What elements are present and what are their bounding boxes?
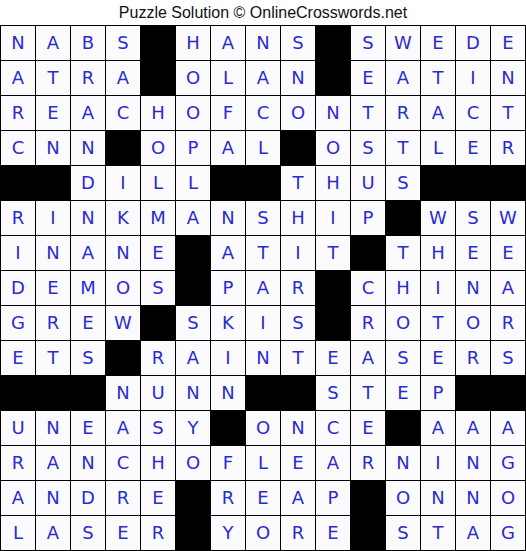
grid-cell-r12c5: S bbox=[141, 411, 176, 446]
grid-cell-r2c7: L bbox=[211, 61, 246, 96]
grid-cell-r11c11: T bbox=[351, 376, 386, 411]
block-cell-r11c1 bbox=[1, 376, 36, 411]
grid-cell-r7c8: T bbox=[246, 236, 281, 271]
grid-cell-r10c12: S bbox=[386, 341, 421, 376]
grid-cell-r15c4: E bbox=[106, 516, 141, 551]
block-cell-r11c9 bbox=[281, 376, 316, 411]
grid-cell-r3c1: R bbox=[1, 96, 36, 131]
grid-cell-r5c10: H bbox=[316, 166, 351, 201]
grid-cell-r10c9: T bbox=[281, 341, 316, 376]
grid-cell-r10c10: E bbox=[316, 341, 351, 376]
grid-cell-r7c12: T bbox=[386, 236, 421, 271]
block-cell-r7c11 bbox=[351, 236, 386, 271]
grid-cell-r1c3: B bbox=[71, 26, 106, 61]
grid-cell-r8c7: P bbox=[211, 271, 246, 306]
grid-cell-r3c4: C bbox=[106, 96, 141, 131]
grid-cell-r7c13: H bbox=[421, 236, 456, 271]
grid-cell-r13c8: L bbox=[246, 446, 281, 481]
grid-cell-r3c13: A bbox=[421, 96, 456, 131]
grid-cell-r15c3: S bbox=[71, 516, 106, 551]
grid-cell-r10c13: E bbox=[421, 341, 456, 376]
grid-cell-r2c8: A bbox=[246, 61, 281, 96]
grid-cell-r3c5: H bbox=[141, 96, 176, 131]
grid-cell-r6c10: I bbox=[316, 201, 351, 236]
grid-cell-r8c4: O bbox=[106, 271, 141, 306]
grid-cell-r12c15: A bbox=[491, 411, 526, 446]
grid-cell-r10c7: I bbox=[211, 341, 246, 376]
grid-cell-r10c14: R bbox=[456, 341, 491, 376]
block-cell-r9c5 bbox=[141, 306, 176, 341]
grid-cell-r15c1: L bbox=[1, 516, 36, 551]
grid-cell-r3c8: C bbox=[246, 96, 281, 131]
grid-cell-r12c3: E bbox=[71, 411, 106, 446]
grid-cell-r13c12: N bbox=[386, 446, 421, 481]
grid-cell-r14c5: E bbox=[141, 481, 176, 516]
grid-cell-r12c11: E bbox=[351, 411, 386, 446]
grid-cell-r5c4: I bbox=[106, 166, 141, 201]
block-cell-r2c5 bbox=[141, 61, 176, 96]
grid-cell-r8c1: D bbox=[1, 271, 36, 306]
grid-cell-r8c11: C bbox=[351, 271, 386, 306]
grid-cell-r11c12: E bbox=[386, 376, 421, 411]
crossword-grid: NABSHANSSWEDEATRAOLANEATINREACHOFCONTRAC… bbox=[0, 25, 526, 551]
page-title: Puzzle Solution © OnlineCrosswords.net bbox=[0, 0, 526, 25]
block-cell-r5c2 bbox=[36, 166, 71, 201]
grid-cell-r13c4: C bbox=[106, 446, 141, 481]
grid-cell-r14c2: N bbox=[36, 481, 71, 516]
grid-cell-r3c7: F bbox=[211, 96, 246, 131]
block-cell-r12c7 bbox=[211, 411, 246, 446]
grid-cell-r13c5: H bbox=[141, 446, 176, 481]
block-cell-r4c4 bbox=[106, 131, 141, 166]
grid-cell-r8c12: H bbox=[386, 271, 421, 306]
grid-cell-r4c10: O bbox=[316, 131, 351, 166]
grid-cell-r8c5: S bbox=[141, 271, 176, 306]
grid-cell-r8c9: R bbox=[281, 271, 316, 306]
grid-cell-r7c14: E bbox=[456, 236, 491, 271]
grid-cell-r5c3: D bbox=[71, 166, 106, 201]
grid-cell-r1c7: A bbox=[211, 26, 246, 61]
grid-cell-r7c10: T bbox=[316, 236, 351, 271]
block-cell-r11c8 bbox=[246, 376, 281, 411]
grid-cell-r6c4: K bbox=[106, 201, 141, 236]
grid-cell-r12c8: O bbox=[246, 411, 281, 446]
grid-cell-r6c11: P bbox=[351, 201, 386, 236]
block-cell-r4c9 bbox=[281, 131, 316, 166]
grid-cell-r9c2: R bbox=[36, 306, 71, 341]
grid-cell-r7c9: I bbox=[281, 236, 316, 271]
grid-cell-r1c6: H bbox=[176, 26, 211, 61]
grid-cell-r9c6: S bbox=[176, 306, 211, 341]
block-cell-r15c6 bbox=[176, 516, 211, 551]
block-cell-r9c10 bbox=[316, 306, 351, 341]
grid-cell-r13c11: R bbox=[351, 446, 386, 481]
grid-cell-r3c3: A bbox=[71, 96, 106, 131]
grid-cell-r13c7: F bbox=[211, 446, 246, 481]
block-cell-r5c14 bbox=[456, 166, 491, 201]
grid-cell-r14c13: N bbox=[421, 481, 456, 516]
grid-cell-r10c15: S bbox=[491, 341, 526, 376]
block-cell-r11c14 bbox=[456, 376, 491, 411]
grid-cell-r6c6: A bbox=[176, 201, 211, 236]
block-cell-r5c15 bbox=[491, 166, 526, 201]
grid-cell-r3c6: O bbox=[176, 96, 211, 131]
grid-cell-r15c12: S bbox=[386, 516, 421, 551]
grid-cell-r3c15: T bbox=[491, 96, 526, 131]
grid-cell-r13c15: G bbox=[491, 446, 526, 481]
block-cell-r5c8 bbox=[246, 166, 281, 201]
grid-cell-r3c14: C bbox=[456, 96, 491, 131]
grid-cell-r10c3: S bbox=[71, 341, 106, 376]
grid-cell-r2c6: O bbox=[176, 61, 211, 96]
grid-cell-r4c14: E bbox=[456, 131, 491, 166]
grid-cell-r14c8: E bbox=[246, 481, 281, 516]
grid-cell-r10c8: N bbox=[246, 341, 281, 376]
grid-cell-r4c12: T bbox=[386, 131, 421, 166]
grid-cell-r15c8: O bbox=[246, 516, 281, 551]
block-cell-r12c12 bbox=[386, 411, 421, 446]
grid-cell-r2c4: A bbox=[106, 61, 141, 96]
grid-cell-r5c6: L bbox=[176, 166, 211, 201]
grid-cell-r4c6: P bbox=[176, 131, 211, 166]
grid-cell-r11c7: N bbox=[211, 376, 246, 411]
grid-cell-r1c1: N bbox=[1, 26, 36, 61]
grid-cell-r15c9: R bbox=[281, 516, 316, 551]
grid-cell-r6c8: S bbox=[246, 201, 281, 236]
grid-cell-r1c11: S bbox=[351, 26, 386, 61]
grid-cell-r15c14: A bbox=[456, 516, 491, 551]
block-cell-r14c6 bbox=[176, 481, 211, 516]
grid-cell-r11c5: U bbox=[141, 376, 176, 411]
grid-cell-r9c12: O bbox=[386, 306, 421, 341]
grid-cell-r12c9: N bbox=[281, 411, 316, 446]
grid-cell-r6c15: W bbox=[491, 201, 526, 236]
grid-cell-r1c12: W bbox=[386, 26, 421, 61]
grid-cell-r9c14: O bbox=[456, 306, 491, 341]
grid-cell-r1c2: A bbox=[36, 26, 71, 61]
grid-cell-r12c4: A bbox=[106, 411, 141, 446]
grid-cell-r6c7: N bbox=[211, 201, 246, 236]
grid-cell-r8c13: I bbox=[421, 271, 456, 306]
grid-cell-r14c1: A bbox=[1, 481, 36, 516]
grid-cell-r9c11: R bbox=[351, 306, 386, 341]
grid-cell-r4c13: L bbox=[421, 131, 456, 166]
grid-cell-r11c13: P bbox=[421, 376, 456, 411]
grid-cell-r4c3: N bbox=[71, 131, 106, 166]
grid-cell-r8c3: M bbox=[71, 271, 106, 306]
grid-cell-r9c4: W bbox=[106, 306, 141, 341]
grid-cell-r10c1: E bbox=[1, 341, 36, 376]
grid-cell-r4c2: N bbox=[36, 131, 71, 166]
block-cell-r5c13 bbox=[421, 166, 456, 201]
grid-cell-r13c9: E bbox=[281, 446, 316, 481]
grid-cell-r7c2: N bbox=[36, 236, 71, 271]
block-cell-r5c1 bbox=[1, 166, 36, 201]
grid-cell-r15c13: T bbox=[421, 516, 456, 551]
grid-cell-r11c10: S bbox=[316, 376, 351, 411]
grid-cell-r6c13: W bbox=[421, 201, 456, 236]
grid-cell-r10c5: R bbox=[141, 341, 176, 376]
grid-cell-r13c14: N bbox=[456, 446, 491, 481]
grid-cell-r15c5: R bbox=[141, 516, 176, 551]
grid-cell-r9c15: R bbox=[491, 306, 526, 341]
grid-cell-r5c5: L bbox=[141, 166, 176, 201]
grid-cell-r1c15: E bbox=[491, 26, 526, 61]
grid-cell-r3c2: E bbox=[36, 96, 71, 131]
grid-cell-r3c12: R bbox=[386, 96, 421, 131]
block-cell-r11c2 bbox=[36, 376, 71, 411]
grid-cell-r4c11: S bbox=[351, 131, 386, 166]
grid-cell-r7c7: A bbox=[211, 236, 246, 271]
block-cell-r14c11 bbox=[351, 481, 386, 516]
grid-cell-r2c14: I bbox=[456, 61, 491, 96]
grid-cell-r1c8: N bbox=[246, 26, 281, 61]
grid-cell-r10c6: A bbox=[176, 341, 211, 376]
grid-cell-r11c4: N bbox=[106, 376, 141, 411]
grid-cell-r2c12: A bbox=[386, 61, 421, 96]
grid-cell-r5c11: U bbox=[351, 166, 386, 201]
grid-cell-r2c3: R bbox=[71, 61, 106, 96]
grid-cell-r10c2: T bbox=[36, 341, 71, 376]
grid-cell-r13c10: A bbox=[316, 446, 351, 481]
block-cell-r8c10 bbox=[316, 271, 351, 306]
grid-cell-r6c3: N bbox=[71, 201, 106, 236]
grid-cell-r11c6: N bbox=[176, 376, 211, 411]
block-cell-r1c10 bbox=[316, 26, 351, 61]
grid-cell-r2c15: N bbox=[491, 61, 526, 96]
grid-cell-r13c1: R bbox=[1, 446, 36, 481]
grid-cell-r13c2: A bbox=[36, 446, 71, 481]
grid-cell-r15c10: E bbox=[316, 516, 351, 551]
grid-cell-r3c9: O bbox=[281, 96, 316, 131]
grid-cell-r5c9: T bbox=[281, 166, 316, 201]
grid-cell-r14c15: O bbox=[491, 481, 526, 516]
grid-cell-r12c13: A bbox=[421, 411, 456, 446]
grid-cell-r9c3: E bbox=[71, 306, 106, 341]
grid-cell-r12c2: N bbox=[36, 411, 71, 446]
grid-cell-r4c5: O bbox=[141, 131, 176, 166]
grid-cell-r14c10: P bbox=[316, 481, 351, 516]
grid-cell-r6c2: I bbox=[36, 201, 71, 236]
grid-cell-r10c11: A bbox=[351, 341, 386, 376]
grid-cell-r4c8: L bbox=[246, 131, 281, 166]
grid-cell-r5c12: S bbox=[386, 166, 421, 201]
block-cell-r11c3 bbox=[71, 376, 106, 411]
grid-cell-r3c11: T bbox=[351, 96, 386, 131]
grid-cell-r6c1: R bbox=[1, 201, 36, 236]
grid-cell-r3c10: N bbox=[316, 96, 351, 131]
grid-cell-r4c1: C bbox=[1, 131, 36, 166]
grid-cell-r2c13: T bbox=[421, 61, 456, 96]
grid-cell-r13c6: O bbox=[176, 446, 211, 481]
grid-cell-r1c4: S bbox=[106, 26, 141, 61]
grid-cell-r13c3: N bbox=[71, 446, 106, 481]
grid-cell-r15c15: G bbox=[491, 516, 526, 551]
grid-cell-r4c15: R bbox=[491, 131, 526, 166]
grid-cell-r15c2: A bbox=[36, 516, 71, 551]
grid-cell-r6c5: M bbox=[141, 201, 176, 236]
grid-cell-r1c14: D bbox=[456, 26, 491, 61]
block-cell-r2c10 bbox=[316, 61, 351, 96]
grid-cell-r13c13: I bbox=[421, 446, 456, 481]
grid-cell-r7c4: N bbox=[106, 236, 141, 271]
grid-cell-r9c13: T bbox=[421, 306, 456, 341]
grid-cell-r7c1: I bbox=[1, 236, 36, 271]
block-cell-r6c12 bbox=[386, 201, 421, 236]
grid-cell-r8c2: E bbox=[36, 271, 71, 306]
block-cell-r7c6 bbox=[176, 236, 211, 271]
grid-cell-r6c14: S bbox=[456, 201, 491, 236]
grid-cell-r14c14: N bbox=[456, 481, 491, 516]
block-cell-r15c11 bbox=[351, 516, 386, 551]
block-cell-r5c7 bbox=[211, 166, 246, 201]
grid-cell-r9c9: S bbox=[281, 306, 316, 341]
grid-cell-r8c15: A bbox=[491, 271, 526, 306]
grid-cell-r1c13: E bbox=[421, 26, 456, 61]
block-cell-r11c15 bbox=[491, 376, 526, 411]
grid-cell-r4c7: A bbox=[211, 131, 246, 166]
grid-cell-r12c6: Y bbox=[176, 411, 211, 446]
puzzle-solution-page: Puzzle Solution © OnlineCrosswords.net N… bbox=[0, 0, 526, 551]
grid-cell-r14c3: D bbox=[71, 481, 106, 516]
grid-cell-r14c12: O bbox=[386, 481, 421, 516]
grid-cell-r1c9: S bbox=[281, 26, 316, 61]
grid-cell-r14c4: R bbox=[106, 481, 141, 516]
grid-cell-r7c5: E bbox=[141, 236, 176, 271]
block-cell-r1c5 bbox=[141, 26, 176, 61]
grid-cell-r14c7: R bbox=[211, 481, 246, 516]
grid-cell-r12c14: A bbox=[456, 411, 491, 446]
grid-cell-r12c10: C bbox=[316, 411, 351, 446]
grid-cell-r2c2: T bbox=[36, 61, 71, 96]
grid-cell-r2c9: N bbox=[281, 61, 316, 96]
grid-cell-r12c1: U bbox=[1, 411, 36, 446]
grid-cell-r8c14: N bbox=[456, 271, 491, 306]
block-cell-r8c6 bbox=[176, 271, 211, 306]
grid-cell-r8c8: A bbox=[246, 271, 281, 306]
grid-cell-r14c9: A bbox=[281, 481, 316, 516]
block-cell-r10c4 bbox=[106, 341, 141, 376]
grid-cell-r9c7: K bbox=[211, 306, 246, 341]
grid-cell-r2c11: E bbox=[351, 61, 386, 96]
grid-cell-r15c7: Y bbox=[211, 516, 246, 551]
grid-cell-r9c1: G bbox=[1, 306, 36, 341]
grid-cell-r2c1: A bbox=[1, 61, 36, 96]
grid-cell-r7c15: E bbox=[491, 236, 526, 271]
grid-cell-r7c3: A bbox=[71, 236, 106, 271]
grid-cell-r6c9: H bbox=[281, 201, 316, 236]
grid-cell-r9c8: I bbox=[246, 306, 281, 341]
